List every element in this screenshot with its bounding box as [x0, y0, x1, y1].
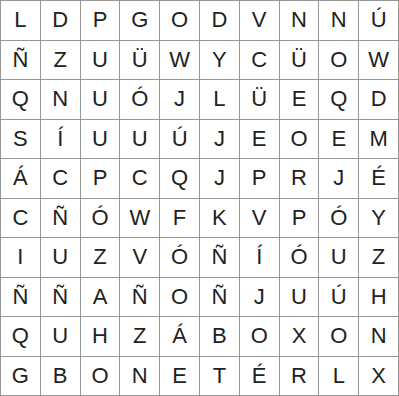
grid-cell-r7c9[interactable]: U — [319, 238, 358, 277]
grid-cell-r8c3[interactable]: A — [81, 278, 120, 317]
grid-cell-r6c10[interactable]: Y — [359, 199, 398, 238]
grid-cell-r6c2[interactable]: Ñ — [41, 199, 80, 238]
grid-cell-r4c6[interactable]: J — [200, 120, 239, 159]
grid-cell-r10c10[interactable]: X — [359, 357, 398, 396]
grid-cell-r6c6[interactable]: K — [200, 199, 239, 238]
grid-cell-r1c1[interactable]: L — [1, 1, 40, 40]
grid-cell-r2c10[interactable]: W — [359, 41, 398, 80]
grid-cell-r6c9[interactable]: Ó — [319, 199, 358, 238]
grid-cell-r9c8[interactable]: X — [280, 317, 319, 356]
grid-cell-r8c4[interactable]: Ñ — [120, 278, 159, 317]
grid-cell-r2c2[interactable]: Z — [41, 41, 80, 80]
grid-cell-r8c9[interactable]: Ú — [319, 278, 358, 317]
grid-cell-r10c5[interactable]: E — [160, 357, 199, 396]
grid-cell-r6c7[interactable]: V — [240, 199, 279, 238]
grid-cell-r9c4[interactable]: Z — [120, 317, 159, 356]
grid-cell-r2c1[interactable]: Ñ — [1, 41, 40, 80]
grid-cell-r8c1[interactable]: Ñ — [1, 278, 40, 317]
grid-cell-r7c5[interactable]: Ó — [160, 238, 199, 277]
grid-cell-r4c7[interactable]: E — [240, 120, 279, 159]
grid-cell-r10c8[interactable]: R — [280, 357, 319, 396]
grid-cell-r7c10[interactable]: Z — [359, 238, 398, 277]
grid-cell-r4c8[interactable]: O — [280, 120, 319, 159]
grid-cell-r5c10[interactable]: É — [359, 159, 398, 198]
grid-cell-r1c2[interactable]: D — [41, 1, 80, 40]
grid-cell-r3c6[interactable]: L — [200, 80, 239, 119]
grid-cell-r10c4[interactable]: N — [120, 357, 159, 396]
grid-cell-r5c2[interactable]: C — [41, 159, 80, 198]
grid-cell-r9c3[interactable]: H — [81, 317, 120, 356]
grid-cell-r8c2[interactable]: Ñ — [41, 278, 80, 317]
word-search-grid: LDPGODVNNÚÑZUÜWYCÜOWQNUÓJLÜEQDSÍUUÚJEOEM… — [0, 0, 399, 396]
grid-cell-r3c7[interactable]: Ü — [240, 80, 279, 119]
grid-cell-r1c9[interactable]: N — [319, 1, 358, 40]
grid-cell-r3c3[interactable]: U — [81, 80, 120, 119]
grid-cell-r3c5[interactable]: J — [160, 80, 199, 119]
grid-cell-r5c9[interactable]: J — [319, 159, 358, 198]
grid-cell-r2c3[interactable]: U — [81, 41, 120, 80]
grid-cell-r5c7[interactable]: P — [240, 159, 279, 198]
grid-cell-r2c5[interactable]: W — [160, 41, 199, 80]
grid-cell-r9c9[interactable]: O — [319, 317, 358, 356]
grid-cell-r2c7[interactable]: C — [240, 41, 279, 80]
grid-cell-r2c4[interactable]: Ü — [120, 41, 159, 80]
grid-cell-r9c10[interactable]: N — [359, 317, 398, 356]
grid-cell-r3c2[interactable]: N — [41, 80, 80, 119]
grid-cell-r4c5[interactable]: Ú — [160, 120, 199, 159]
grid-cell-r1c8[interactable]: N — [280, 1, 319, 40]
grid-cell-r1c10[interactable]: Ú — [359, 1, 398, 40]
grid-cell-r5c3[interactable]: P — [81, 159, 120, 198]
grid-cell-r7c6[interactable]: Ñ — [200, 238, 239, 277]
grid-cell-r10c3[interactable]: O — [81, 357, 120, 396]
grid-cell-r7c2[interactable]: U — [41, 238, 80, 277]
grid-cell-r6c4[interactable]: W — [120, 199, 159, 238]
grid-cell-r10c6[interactable]: T — [200, 357, 239, 396]
grid-cell-r3c1[interactable]: Q — [1, 80, 40, 119]
grid-cell-r10c7[interactable]: É — [240, 357, 279, 396]
grid-cell-r9c2[interactable]: U — [41, 317, 80, 356]
grid-cell-r9c5[interactable]: Á — [160, 317, 199, 356]
grid-cell-r5c8[interactable]: R — [280, 159, 319, 198]
grid-cell-r9c7[interactable]: O — [240, 317, 279, 356]
grid-cell-r5c5[interactable]: Q — [160, 159, 199, 198]
grid-cell-r1c3[interactable]: P — [81, 1, 120, 40]
grid-cell-r6c3[interactable]: Ó — [81, 199, 120, 238]
grid-cell-r4c10[interactable]: M — [359, 120, 398, 159]
grid-cell-r8c10[interactable]: H — [359, 278, 398, 317]
grid-cell-r7c4[interactable]: V — [120, 238, 159, 277]
grid-cell-r6c1[interactable]: C — [1, 199, 40, 238]
grid-cell-r7c1[interactable]: I — [1, 238, 40, 277]
grid-cell-r9c6[interactable]: B — [200, 317, 239, 356]
grid-cell-r6c8[interactable]: P — [280, 199, 319, 238]
grid-cell-r10c2[interactable]: B — [41, 357, 80, 396]
grid-cell-r2c6[interactable]: Y — [200, 41, 239, 80]
grid-cell-r8c8[interactable]: U — [280, 278, 319, 317]
grid-cell-r1c7[interactable]: V — [240, 1, 279, 40]
grid-cell-r4c1[interactable]: S — [1, 120, 40, 159]
grid-cell-r2c8[interactable]: Ü — [280, 41, 319, 80]
grid-cell-r8c7[interactable]: J — [240, 278, 279, 317]
grid-cell-r1c6[interactable]: D — [200, 1, 239, 40]
grid-cell-r5c6[interactable]: J — [200, 159, 239, 198]
grid-cell-r8c5[interactable]: O — [160, 278, 199, 317]
grid-cell-r7c7[interactable]: Í — [240, 238, 279, 277]
grid-cell-r9c1[interactable]: Q — [1, 317, 40, 356]
grid-cell-r1c4[interactable]: G — [120, 1, 159, 40]
grid-cell-r4c4[interactable]: U — [120, 120, 159, 159]
grid-cell-r10c1[interactable]: G — [1, 357, 40, 396]
grid-cell-r7c8[interactable]: Ó — [280, 238, 319, 277]
grid-cell-r8c6[interactable]: Ñ — [200, 278, 239, 317]
grid-cell-r3c9[interactable]: Q — [319, 80, 358, 119]
grid-cell-r2c9[interactable]: O — [319, 41, 358, 80]
grid-cell-r3c8[interactable]: E — [280, 80, 319, 119]
grid-cell-r4c2[interactable]: Í — [41, 120, 80, 159]
grid-cell-r3c10[interactable]: D — [359, 80, 398, 119]
grid-cell-r4c9[interactable]: E — [319, 120, 358, 159]
grid-cell-r3c4[interactable]: Ó — [120, 80, 159, 119]
grid-cell-r6c5[interactable]: F — [160, 199, 199, 238]
grid-cell-r5c4[interactable]: C — [120, 159, 159, 198]
grid-cell-r4c3[interactable]: U — [81, 120, 120, 159]
grid-cell-r10c9[interactable]: L — [319, 357, 358, 396]
grid-cell-r5c1[interactable]: Á — [1, 159, 40, 198]
grid-cell-r1c5[interactable]: O — [160, 1, 199, 40]
grid-cell-r7c3[interactable]: Z — [81, 238, 120, 277]
